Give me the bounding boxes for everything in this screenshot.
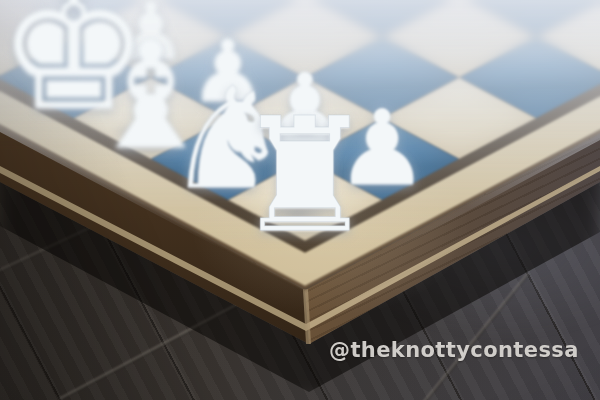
chess-piece-white-rook: ♜ [234,96,376,254]
watermark-text: @theknottycontessa [329,338,579,362]
photo-scene: ♜♞♝♚♟♟♟♟ @theknottycontessa [0,0,600,400]
